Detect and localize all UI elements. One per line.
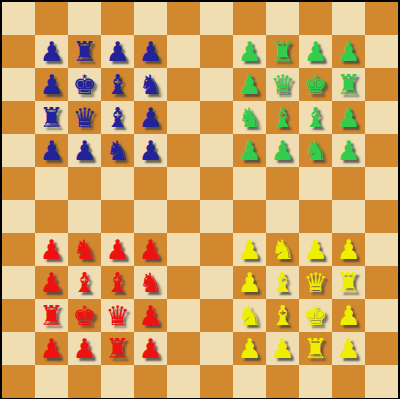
- square-r9c3[interactable]: ♛: [101, 299, 134, 332]
- square-r1c4[interactable]: ♟: [134, 35, 167, 68]
- square-r9c10[interactable]: ♟: [332, 299, 365, 332]
- square-r5c8[interactable]: [266, 167, 299, 200]
- square-r8c6[interactable]: [200, 266, 233, 299]
- square-r5c0[interactable]: [2, 167, 35, 200]
- square-r8c1[interactable]: ♟: [35, 266, 68, 299]
- blue-bishop[interactable]: ♝: [105, 104, 129, 131]
- green-rook[interactable]: ♜: [336, 71, 360, 98]
- square-r10c2[interactable]: ♟: [68, 332, 101, 365]
- green-pawn[interactable]: ♟: [336, 104, 360, 131]
- yellow-bishop[interactable]: ♝: [270, 269, 294, 296]
- yellow-king[interactable]: ♚: [303, 302, 327, 329]
- square-r4c7[interactable]: ♟: [233, 134, 266, 167]
- blue-pawn[interactable]: ♟: [138, 137, 162, 164]
- square-r1c9[interactable]: ♟: [299, 35, 332, 68]
- square-r8c3[interactable]: ♝: [101, 266, 134, 299]
- square-r8c5[interactable]: [167, 266, 200, 299]
- red-pawn[interactable]: ♟: [39, 236, 63, 263]
- square-r10c6[interactable]: [200, 332, 233, 365]
- square-r9c8[interactable]: ♝: [266, 299, 299, 332]
- blue-pawn[interactable]: ♟: [39, 38, 63, 65]
- square-r10c1[interactable]: ♟: [35, 332, 68, 365]
- red-pawn[interactable]: ♟: [105, 236, 129, 263]
- square-r11c11[interactable]: [365, 365, 398, 398]
- blue-knight[interactable]: ♞: [138, 71, 162, 98]
- square-r0c6[interactable]: [200, 2, 233, 35]
- square-r0c0[interactable]: [2, 2, 35, 35]
- red-pawn[interactable]: ♟: [138, 335, 162, 362]
- square-r5c6[interactable]: [200, 167, 233, 200]
- square-r7c2[interactable]: ♞: [68, 233, 101, 266]
- square-r0c1[interactable]: [35, 2, 68, 35]
- square-r8c11[interactable]: [365, 266, 398, 299]
- square-r0c9[interactable]: [299, 2, 332, 35]
- red-rook[interactable]: ♜: [105, 335, 129, 362]
- square-r5c3[interactable]: [101, 167, 134, 200]
- square-r7c4[interactable]: ♟: [134, 233, 167, 266]
- square-r7c7[interactable]: ♟: [233, 233, 266, 266]
- square-r2c9[interactable]: ♚: [299, 68, 332, 101]
- yellow-pawn[interactable]: ♟: [270, 335, 294, 362]
- square-r1c5[interactable]: [167, 35, 200, 68]
- square-r11c7[interactable]: [233, 365, 266, 398]
- blue-rook[interactable]: ♜: [39, 104, 63, 131]
- square-r1c7[interactable]: ♟: [233, 35, 266, 68]
- blue-rook[interactable]: ♜: [72, 38, 96, 65]
- square-r8c2[interactable]: ♝: [68, 266, 101, 299]
- square-r7c9[interactable]: ♟: [299, 233, 332, 266]
- red-pawn[interactable]: ♟: [72, 335, 96, 362]
- square-r2c4[interactable]: ♞: [134, 68, 167, 101]
- square-r2c5[interactable]: [167, 68, 200, 101]
- square-r2c2[interactable]: ♚: [68, 68, 101, 101]
- square-r6c7[interactable]: [233, 200, 266, 233]
- square-r7c11[interactable]: [365, 233, 398, 266]
- blue-pawn[interactable]: ♟: [39, 137, 63, 164]
- square-r0c7[interactable]: [233, 2, 266, 35]
- blue-pawn[interactable]: ♟: [138, 38, 162, 65]
- yellow-queen[interactable]: ♛: [303, 269, 327, 296]
- yellow-bishop[interactable]: ♝: [270, 302, 294, 329]
- square-r4c5[interactable]: [167, 134, 200, 167]
- square-r1c2[interactable]: ♜: [68, 35, 101, 68]
- red-knight[interactable]: ♞: [72, 236, 96, 263]
- square-r11c1[interactable]: [35, 365, 68, 398]
- square-r6c10[interactable]: [332, 200, 365, 233]
- square-r8c4[interactable]: ♞: [134, 266, 167, 299]
- blue-pawn[interactable]: ♟: [39, 71, 63, 98]
- square-r4c10[interactable]: ♟: [332, 134, 365, 167]
- square-r1c0[interactable]: [2, 35, 35, 68]
- red-bishop[interactable]: ♝: [105, 269, 129, 296]
- blue-pawn[interactable]: ♟: [72, 137, 96, 164]
- green-king[interactable]: ♚: [303, 71, 327, 98]
- green-pawn[interactable]: ♟: [270, 137, 294, 164]
- green-pawn[interactable]: ♟: [237, 38, 261, 65]
- red-pawn[interactable]: ♟: [138, 236, 162, 263]
- square-r4c2[interactable]: ♟: [68, 134, 101, 167]
- square-r4c0[interactable]: [2, 134, 35, 167]
- square-r1c3[interactable]: ♟: [101, 35, 134, 68]
- square-r9c7[interactable]: ♞: [233, 299, 266, 332]
- square-r1c6[interactable]: [200, 35, 233, 68]
- square-r9c2[interactable]: ♚: [68, 299, 101, 332]
- square-r6c9[interactable]: [299, 200, 332, 233]
- square-r7c1[interactable]: ♟: [35, 233, 68, 266]
- square-r2c1[interactable]: ♟: [35, 68, 68, 101]
- red-pawn[interactable]: ♟: [138, 302, 162, 329]
- red-pawn[interactable]: ♟: [39, 269, 63, 296]
- square-r6c1[interactable]: [35, 200, 68, 233]
- square-r6c11[interactable]: [365, 200, 398, 233]
- square-r7c0[interactable]: [2, 233, 35, 266]
- square-r3c11[interactable]: [365, 101, 398, 134]
- square-r3c9[interactable]: ♝: [299, 101, 332, 134]
- square-r0c8[interactable]: [266, 2, 299, 35]
- square-r5c4[interactable]: [134, 167, 167, 200]
- square-r6c6[interactable]: [200, 200, 233, 233]
- square-r2c0[interactable]: [2, 68, 35, 101]
- square-r8c9[interactable]: ♛: [299, 266, 332, 299]
- yellow-pawn[interactable]: ♟: [336, 302, 360, 329]
- square-r0c2[interactable]: [68, 2, 101, 35]
- chess-board: ♟♜♟♟♟♜♟♟♟♚♝♞♟♛♚♜♜♛♝♟♞♝♝♟♟♟♞♟♟♟♞♟♟♞♟♟♟♞♟♟…: [0, 0, 400, 399]
- square-r11c2[interactable]: [68, 365, 101, 398]
- square-r11c6[interactable]: [200, 365, 233, 398]
- square-r9c9[interactable]: ♚: [299, 299, 332, 332]
- square-r0c3[interactable]: [101, 2, 134, 35]
- red-king[interactable]: ♚: [72, 302, 96, 329]
- green-pawn[interactable]: ♟: [336, 137, 360, 164]
- red-bishop[interactable]: ♝: [72, 269, 96, 296]
- square-r3c6[interactable]: [200, 101, 233, 134]
- square-r6c0[interactable]: [2, 200, 35, 233]
- yellow-pawn[interactable]: ♟: [336, 236, 360, 263]
- square-r9c1[interactable]: ♜: [35, 299, 68, 332]
- square-r10c3[interactable]: ♜: [101, 332, 134, 365]
- square-r11c0[interactable]: [2, 365, 35, 398]
- square-r0c10[interactable]: [332, 2, 365, 35]
- square-r6c3[interactable]: [101, 200, 134, 233]
- square-r5c2[interactable]: [68, 167, 101, 200]
- red-pawn[interactable]: ♟: [39, 335, 63, 362]
- square-r3c5[interactable]: [167, 101, 200, 134]
- square-r9c5[interactable]: [167, 299, 200, 332]
- square-r10c4[interactable]: ♟: [134, 332, 167, 365]
- square-r4c11[interactable]: [365, 134, 398, 167]
- square-r2c10[interactable]: ♜: [332, 68, 365, 101]
- blue-queen[interactable]: ♛: [72, 104, 96, 131]
- green-bishop[interactable]: ♝: [270, 104, 294, 131]
- green-bishop[interactable]: ♝: [303, 104, 327, 131]
- green-knight[interactable]: ♞: [237, 104, 261, 131]
- green-pawn[interactable]: ♟: [303, 38, 327, 65]
- square-r4c3[interactable]: ♞: [101, 134, 134, 167]
- square-r5c11[interactable]: [365, 167, 398, 200]
- square-r4c1[interactable]: ♟: [35, 134, 68, 167]
- square-r9c6[interactable]: [200, 299, 233, 332]
- square-r9c0[interactable]: [2, 299, 35, 332]
- square-r11c3[interactable]: [101, 365, 134, 398]
- square-r5c5[interactable]: [167, 167, 200, 200]
- square-r2c3[interactable]: ♝: [101, 68, 134, 101]
- yellow-knight[interactable]: ♞: [270, 236, 294, 263]
- square-r8c0[interactable]: [2, 266, 35, 299]
- square-r3c8[interactable]: ♝: [266, 101, 299, 134]
- square-r8c7[interactable]: ♟: [233, 266, 266, 299]
- square-r1c1[interactable]: ♟: [35, 35, 68, 68]
- square-r0c4[interactable]: [134, 2, 167, 35]
- square-r10c10[interactable]: ♟: [332, 332, 365, 365]
- square-r8c10[interactable]: ♜: [332, 266, 365, 299]
- square-r6c5[interactable]: [167, 200, 200, 233]
- square-r5c9[interactable]: [299, 167, 332, 200]
- square-r1c11[interactable]: [365, 35, 398, 68]
- square-r2c11[interactable]: [365, 68, 398, 101]
- square-r7c6[interactable]: [200, 233, 233, 266]
- square-r2c7[interactable]: ♟: [233, 68, 266, 101]
- green-knight[interactable]: ♞: [303, 137, 327, 164]
- green-pawn[interactable]: ♟: [237, 137, 261, 164]
- square-r11c5[interactable]: [167, 365, 200, 398]
- green-rook[interactable]: ♜: [270, 38, 294, 65]
- square-r3c1[interactable]: ♜: [35, 101, 68, 134]
- square-r9c4[interactable]: ♟: [134, 299, 167, 332]
- green-queen[interactable]: ♛: [270, 71, 294, 98]
- blue-king[interactable]: ♚: [72, 71, 96, 98]
- square-r2c8[interactable]: ♛: [266, 68, 299, 101]
- square-r10c11[interactable]: [365, 332, 398, 365]
- square-r0c11[interactable]: [365, 2, 398, 35]
- yellow-pawn[interactable]: ♟: [237, 335, 261, 362]
- square-r3c7[interactable]: ♞: [233, 101, 266, 134]
- blue-pawn[interactable]: ♟: [138, 104, 162, 131]
- square-r6c8[interactable]: [266, 200, 299, 233]
- square-r6c4[interactable]: [134, 200, 167, 233]
- square-r10c7[interactable]: ♟: [233, 332, 266, 365]
- square-r0c5[interactable]: [167, 2, 200, 35]
- square-r3c0[interactable]: [2, 101, 35, 134]
- green-pawn[interactable]: ♟: [336, 38, 360, 65]
- blue-bishop[interactable]: ♝: [105, 71, 129, 98]
- square-r2c6[interactable]: [200, 68, 233, 101]
- square-r11c9[interactable]: [299, 365, 332, 398]
- square-r5c7[interactable]: [233, 167, 266, 200]
- blue-pawn[interactable]: ♟: [105, 38, 129, 65]
- square-r7c10[interactable]: ♟: [332, 233, 365, 266]
- square-r5c10[interactable]: [332, 167, 365, 200]
- square-r7c5[interactable]: [167, 233, 200, 266]
- red-knight[interactable]: ♞: [138, 269, 162, 296]
- square-r10c9[interactable]: ♜: [299, 332, 332, 365]
- red-queen[interactable]: ♛: [105, 302, 129, 329]
- square-r10c0[interactable]: [2, 332, 35, 365]
- square-r4c9[interactable]: ♞: [299, 134, 332, 167]
- square-r11c4[interactable]: [134, 365, 167, 398]
- blue-knight[interactable]: ♞: [105, 137, 129, 164]
- yellow-knight[interactable]: ♞: [237, 302, 261, 329]
- square-r7c3[interactable]: ♟: [101, 233, 134, 266]
- square-r10c5[interactable]: [167, 332, 200, 365]
- square-r3c2[interactable]: ♛: [68, 101, 101, 134]
- yellow-pawn[interactable]: ♟: [237, 236, 261, 263]
- yellow-pawn[interactable]: ♟: [303, 236, 327, 263]
- yellow-rook[interactable]: ♜: [303, 335, 327, 362]
- square-r4c8[interactable]: ♟: [266, 134, 299, 167]
- square-r10c8[interactable]: ♟: [266, 332, 299, 365]
- square-r11c10[interactable]: [332, 365, 365, 398]
- yellow-rook[interactable]: ♜: [336, 269, 360, 296]
- square-r8c8[interactable]: ♝: [266, 266, 299, 299]
- square-r3c4[interactable]: ♟: [134, 101, 167, 134]
- square-r3c10[interactable]: ♟: [332, 101, 365, 134]
- square-r1c8[interactable]: ♜: [266, 35, 299, 68]
- red-rook[interactable]: ♜: [39, 302, 63, 329]
- square-r1c10[interactable]: ♟: [332, 35, 365, 68]
- square-r6c2[interactable]: [68, 200, 101, 233]
- green-pawn[interactable]: ♟: [237, 71, 261, 98]
- square-r9c11[interactable]: [365, 299, 398, 332]
- square-r4c6[interactable]: [200, 134, 233, 167]
- square-r7c8[interactable]: ♞: [266, 233, 299, 266]
- square-r3c3[interactable]: ♝: [101, 101, 134, 134]
- square-r11c8[interactable]: [266, 365, 299, 398]
- square-r5c1[interactable]: [35, 167, 68, 200]
- yellow-pawn[interactable]: ♟: [336, 335, 360, 362]
- square-r4c4[interactable]: ♟: [134, 134, 167, 167]
- yellow-pawn[interactable]: ♟: [237, 269, 261, 296]
